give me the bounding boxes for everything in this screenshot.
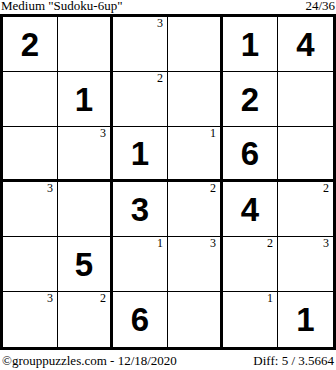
hint-number: 2 [210, 182, 216, 195]
difficulty-text: Diff: 5 / 3.5664 [253, 354, 334, 368]
cell-r6c2[interactable]: 2 [58, 292, 113, 347]
given-number: 2 [21, 28, 39, 61]
cell-r6c6[interactable]: 1 [278, 292, 333, 347]
sudoku-board: 23141223116332425132332611 [0, 14, 336, 350]
given-number: 1 [241, 28, 259, 61]
hint-number: 2 [100, 292, 106, 305]
cell-r4c4[interactable]: 2 [168, 182, 223, 237]
cell-r3c1[interactable] [3, 127, 58, 182]
cell-r1c3[interactable]: 3 [113, 17, 168, 72]
cell-r4c6[interactable]: 2 [278, 182, 333, 237]
cell-r5c6[interactable]: 3 [278, 237, 333, 292]
cell-r3c5[interactable]: 6 [223, 127, 278, 182]
cell-r5c1[interactable] [3, 237, 58, 292]
copyright-text: ©grouppuzzles.com - 12/18/2020 [2, 354, 177, 368]
cell-r6c5[interactable]: 1 [223, 292, 278, 347]
hint-number: 3 [47, 182, 53, 195]
cell-r5c3[interactable]: 1 [113, 237, 168, 292]
cell-r2c6[interactable] [278, 72, 333, 127]
cell-r2c5[interactable]: 2 [223, 72, 278, 127]
given-number: 6 [241, 137, 259, 170]
cell-r4c2[interactable] [58, 182, 113, 237]
cell-r1c5[interactable]: 1 [223, 17, 278, 72]
given-number: 1 [296, 303, 314, 336]
cell-r3c3[interactable]: 1 [113, 127, 168, 182]
cell-r2c2[interactable]: 1 [58, 72, 113, 127]
given-number: 4 [241, 193, 259, 226]
hint-number: 1 [210, 127, 216, 140]
footer: ©grouppuzzles.com - 12/18/2020 Diff: 5 /… [0, 354, 336, 368]
given-number: 2 [241, 83, 259, 116]
hint-number: 1 [267, 292, 273, 305]
cell-r5c2[interactable]: 5 [58, 237, 113, 292]
cell-r3c6[interactable] [278, 127, 333, 182]
hint-number: 3 [100, 127, 106, 140]
hint-number: 2 [267, 237, 273, 250]
given-number: 5 [75, 248, 93, 281]
cell-r6c4[interactable] [168, 292, 223, 347]
cell-r6c1[interactable]: 3 [3, 292, 58, 347]
cell-r4c3[interactable]: 3 [113, 182, 168, 237]
remaining-counter: 24/36 [305, 0, 335, 12]
header: Medium "Sudoku-6up" 24/36 [0, 0, 336, 14]
hint-number: 3 [210, 237, 216, 250]
given-number: 1 [75, 83, 93, 116]
hint-number: 2 [157, 72, 163, 85]
cell-r1c4[interactable] [168, 17, 223, 72]
puzzle-page: Medium "Sudoku-6up" 24/36 23141223116332… [0, 0, 336, 370]
hint-number: 3 [323, 237, 329, 250]
given-number: 3 [131, 193, 149, 226]
cell-r1c2[interactable] [58, 17, 113, 72]
cell-r6c3[interactable]: 6 [113, 292, 168, 347]
given-number: 6 [131, 303, 149, 336]
cell-r1c1[interactable]: 2 [3, 17, 58, 72]
hint-number: 2 [323, 182, 329, 195]
hint-number: 3 [47, 292, 53, 305]
hint-number: 3 [157, 17, 163, 30]
cell-r3c2[interactable]: 3 [58, 127, 113, 182]
given-number: 1 [131, 137, 149, 170]
cell-r2c1[interactable] [3, 72, 58, 127]
cell-r4c1[interactable]: 3 [3, 182, 58, 237]
puzzle-title: Medium "Sudoku-6up" [1, 0, 122, 12]
given-number: 4 [296, 28, 314, 61]
cell-r4c5[interactable]: 4 [223, 182, 278, 237]
cell-r1c6[interactable]: 4 [278, 17, 333, 72]
hint-number: 1 [157, 237, 163, 250]
cell-r5c4[interactable]: 3 [168, 237, 223, 292]
cell-r3c4[interactable]: 1 [168, 127, 223, 182]
cell-r2c4[interactable] [168, 72, 223, 127]
cell-r2c3[interactable]: 2 [113, 72, 168, 127]
cell-r5c5[interactable]: 2 [223, 237, 278, 292]
